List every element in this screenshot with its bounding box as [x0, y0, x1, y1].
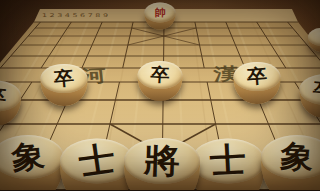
black-elephant-file7-glyph: 象	[260, 134, 320, 180]
piece-layer: 帥卒卒卒卒卒象士將士象	[0, 0, 320, 190]
black-general-file5-glyph: 將	[123, 138, 200, 184]
black-soldier-file1[interactable]: 卒	[0, 81, 21, 126]
red-general-face: 帥	[145, 3, 176, 23]
red-general-glyph: 帥	[145, 3, 176, 22]
black-elephant-file3-face: 象	[0, 135, 64, 179]
black-soldier-file9-glyph: 卒	[298, 73, 320, 105]
black-elephant-file3[interactable]: 象	[0, 135, 64, 190]
black-soldier-file7-glyph: 卒	[233, 61, 282, 91]
black-advisor-file6[interactable]: 士	[191, 139, 265, 191]
black-soldier-file9-face: 卒	[300, 75, 320, 105]
red-general[interactable]: 帥	[145, 3, 176, 30]
black-soldier-file1-glyph: 卒	[0, 79, 22, 113]
black-soldier-file5-glyph: 卒	[137, 61, 183, 90]
black-soldier-file3-glyph: 卒	[39, 63, 88, 94]
black-elephant-file3-glyph: 象	[0, 133, 66, 182]
stray-piece-partial[interactable]	[308, 28, 320, 52]
black-soldier-file9[interactable]: 卒	[300, 75, 320, 118]
black-soldier-file3[interactable]: 卒	[41, 64, 88, 106]
black-soldier-file1-face: 卒	[0, 81, 21, 112]
xiangqi-photo: 楚河 漢界 1 2 3 4 5 6 7 8 9 帥卒卒卒卒卒象士將士象	[0, 0, 320, 190]
black-general-file5[interactable]: 將	[124, 138, 200, 190]
black-elephant-file7[interactable]: 象	[261, 135, 320, 190]
black-soldier-file5-face: 卒	[138, 61, 183, 89]
black-advisor-file6-face: 士	[191, 139, 265, 184]
black-soldier-file5[interactable]: 卒	[138, 61, 183, 101]
black-advisor-file6-glyph: 士	[190, 138, 266, 184]
black-elephant-file7-face: 象	[261, 135, 320, 179]
black-soldier-file3-face: 卒	[41, 64, 88, 93]
black-soldier-file7-face: 卒	[234, 62, 281, 91]
black-general-file5-face: 將	[124, 138, 200, 184]
black-soldier-file7[interactable]: 卒	[234, 62, 281, 104]
